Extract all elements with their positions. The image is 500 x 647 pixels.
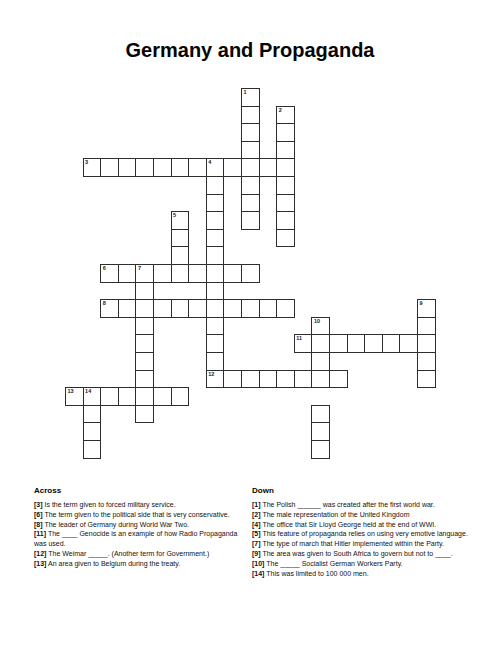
grid-cell-r16c9[interactable]: [223, 370, 242, 389]
grid-cell-r11c8[interactable]: [206, 282, 225, 301]
grid-cell-r10c3[interactable]: [118, 264, 137, 283]
grid-cell-r4c12[interactable]: [276, 158, 295, 177]
grid-cell-r14c19[interactable]: [399, 334, 418, 353]
across-header: Across: [34, 486, 239, 495]
grid-cell-r12c7[interactable]: [188, 299, 207, 318]
grid-cell-r12c4[interactable]: [135, 299, 154, 318]
grid-cell-r4c8[interactable]: 4: [206, 158, 225, 177]
clue-across-6: [6] The term given to the political side…: [34, 510, 239, 520]
grid-cell-r4c10[interactable]: [241, 158, 260, 177]
grid-cell-r8c6[interactable]: [171, 229, 190, 248]
grid-cell-r17c5[interactable]: [153, 387, 172, 406]
cell-number-14: 14: [85, 389, 91, 395]
across-clues-section: Across [3] Is the term given to forced m…: [34, 486, 239, 569]
grid-cell-r17c0[interactable]: 13: [65, 387, 84, 406]
grid-cell-r8c8[interactable]: [206, 229, 225, 248]
grid-cell-r18c4[interactable]: [135, 405, 154, 424]
grid-cell-r12c10[interactable]: [241, 299, 260, 318]
grid-cell-r20c14[interactable]: [311, 440, 330, 459]
clue-down-5: [5] This feature of propaganda relies on…: [252, 529, 470, 539]
grid-cell-r7c6[interactable]: 5: [171, 211, 190, 230]
grid-cell-r13c4[interactable]: [135, 317, 154, 336]
grid-cell-r4c3[interactable]: [118, 158, 137, 177]
grid-cell-r17c1[interactable]: 14: [83, 387, 102, 406]
grid-cell-r10c9[interactable]: [223, 264, 242, 283]
grid-cell-r13c8[interactable]: [206, 317, 225, 336]
grid-cell-r6c10[interactable]: [241, 194, 260, 213]
cell-number-5: 5: [173, 213, 176, 219]
grid-cell-r12c6[interactable]: [171, 299, 190, 318]
grid-cell-r3c10[interactable]: [241, 141, 260, 160]
grid-cell-r17c4[interactable]: [135, 387, 154, 406]
grid-cell-r14c8[interactable]: [206, 334, 225, 353]
grid-cell-r18c14[interactable]: [311, 405, 330, 424]
grid-cell-r16c13[interactable]: [294, 370, 313, 389]
cell-number-13: 13: [68, 389, 74, 395]
grid-cell-r19c14[interactable]: [311, 422, 330, 441]
grid-cell-r2c10[interactable]: [241, 123, 260, 142]
grid-cell-r15c20[interactable]: [417, 352, 436, 371]
clue-down-1: [1] The Polish ______ was created after …: [252, 500, 470, 510]
grid-cell-r4c2[interactable]: [100, 158, 119, 177]
grid-cell-r3c12[interactable]: [276, 141, 295, 160]
grid-cell-r1c12[interactable]: 2: [276, 106, 295, 125]
grid-cell-r19c1[interactable]: [83, 422, 102, 441]
across-clue-list: [3] Is the term given to forced military…: [34, 500, 239, 569]
grid-cell-r14c16[interactable]: [347, 334, 366, 353]
grid-cell-r16c15[interactable]: [329, 370, 348, 389]
cell-number-10: 10: [314, 319, 320, 325]
grid-cell-r12c8[interactable]: [206, 299, 225, 318]
grid-cell-r6c12[interactable]: [276, 194, 295, 213]
clue-down-10: [10] The _____ Socialist German Workers …: [252, 559, 470, 569]
grid-cell-r16c14[interactable]: [311, 370, 330, 389]
cell-number-1: 1: [244, 90, 247, 96]
clue-down-9: [9] The area was given to South Africa t…: [252, 549, 470, 559]
grid-cell-r16c4[interactable]: [135, 370, 154, 389]
grid-cell-r8c12[interactable]: [276, 229, 295, 248]
crossword-page: Germany and Propaganda 12345678910111213…: [0, 0, 500, 647]
grid-cell-r14c4[interactable]: [135, 334, 154, 353]
grid-cell-r12c2[interactable]: 8: [100, 299, 119, 318]
grid-cell-r0c10[interactable]: 1: [241, 88, 260, 107]
grid-cell-r10c8[interactable]: [206, 264, 225, 283]
grid-cell-r4c5[interactable]: [153, 158, 172, 177]
grid-cell-r4c9[interactable]: [223, 158, 242, 177]
clue-across-11: [11] The ____ Genocide is an example of …: [34, 529, 239, 549]
grid-cell-r5c10[interactable]: [241, 176, 260, 195]
clue-down-7: [7] The type of march that Hitler implem…: [252, 539, 470, 549]
clue-across-8: [8] The leader of Germany during World W…: [34, 520, 239, 530]
grid-cell-r7c10[interactable]: [241, 211, 260, 230]
grid-cell-r18c1[interactable]: [83, 405, 102, 424]
grid-cell-r7c12[interactable]: [276, 211, 295, 230]
clue-down-14: [14] This was limited to 100 000 men.: [252, 569, 470, 579]
grid-cell-r9c8[interactable]: [206, 246, 225, 265]
grid-cell-r14c17[interactable]: [364, 334, 383, 353]
grid-cell-r10c2[interactable]: 6: [100, 264, 119, 283]
grid-cell-r4c6[interactable]: [171, 158, 190, 177]
clue-across-13: [13] An area given to Belgium during the…: [34, 559, 239, 569]
cell-number-4: 4: [208, 160, 211, 166]
grid-cell-r10c4[interactable]: 7: [135, 264, 154, 283]
grid-cell-r16c20[interactable]: [417, 370, 436, 389]
grid-cell-r16c12[interactable]: [276, 370, 295, 389]
grid-cell-r6c8[interactable]: [206, 194, 225, 213]
grid-cell-r15c4[interactable]: [135, 352, 154, 371]
grid-cell-r12c11[interactable]: [259, 299, 278, 318]
down-header: Down: [252, 486, 470, 495]
grid-cell-r5c8[interactable]: [206, 176, 225, 195]
crossword-grid: 1234567891011121314: [65, 88, 436, 459]
clue-across-12: [12] The Weimar _____. (Another term for…: [34, 549, 239, 559]
grid-cell-r2c12[interactable]: [276, 123, 295, 142]
grid-cell-r10c5[interactable]: [153, 264, 172, 283]
cell-number-8: 8: [103, 301, 106, 307]
grid-cell-r15c8[interactable]: [206, 352, 225, 371]
grid-cell-r13c14[interactable]: 10: [311, 317, 330, 336]
grid-cell-r15c14[interactable]: [311, 352, 330, 371]
grid-cell-r16c8[interactable]: 12: [206, 370, 225, 389]
grid-cell-r12c5[interactable]: [153, 299, 172, 318]
grid-cell-r12c20[interactable]: 9: [417, 299, 436, 318]
grid-cell-r17c3[interactable]: [118, 387, 137, 406]
clue-down-4: [4] The office that Sir Lloyd George hel…: [252, 520, 470, 530]
grid-cell-r14c18[interactable]: [382, 334, 401, 353]
grid-cell-r10c10[interactable]: [241, 264, 260, 283]
down-clues-section: Down [1] The Polish ______ was created a…: [252, 486, 470, 578]
grid-cell-r10c6[interactable]: [171, 264, 190, 283]
clue-across-3: [3] Is the term given to forced military…: [34, 500, 239, 510]
grid-cell-r17c2[interactable]: [100, 387, 119, 406]
grid-cell-r11c4[interactable]: [135, 282, 154, 301]
grid-cell-r14c15[interactable]: [329, 334, 348, 353]
grid-cell-r7c8[interactable]: [206, 211, 225, 230]
down-clue-list: [1] The Polish ______ was created after …: [252, 500, 470, 578]
grid-cell-r9c6[interactable]: [171, 246, 190, 265]
grid-cell-r1c10[interactable]: [241, 106, 260, 125]
grid-cell-r12c3[interactable]: [118, 299, 137, 318]
grid-cell-r10c7[interactable]: [188, 264, 207, 283]
grid-cell-r4c11[interactable]: [259, 158, 278, 177]
puzzle-title: Germany and Propaganda: [0, 39, 500, 62]
grid-cell-r5c12[interactable]: [276, 176, 295, 195]
grid-cell-r14c20[interactable]: [417, 334, 436, 353]
grid-cell-r16c11[interactable]: [259, 370, 278, 389]
cell-number-7: 7: [138, 266, 141, 272]
clue-down-2: [2] The male representation of the Unite…: [252, 510, 470, 520]
grid-cell-r13c20[interactable]: [417, 317, 436, 336]
cell-number-2: 2: [279, 108, 282, 114]
grid-cell-r4c4[interactable]: [135, 158, 154, 177]
grid-cell-r17c6[interactable]: [171, 387, 190, 406]
cell-number-12: 12: [208, 372, 214, 378]
grid-cell-r16c10[interactable]: [241, 370, 260, 389]
cell-number-9: 9: [420, 301, 423, 307]
grid-cell-r20c1[interactable]: [83, 440, 102, 459]
cell-number-6: 6: [103, 266, 106, 272]
cell-number-3: 3: [85, 160, 88, 166]
grid-cell-r14c14[interactable]: [311, 334, 330, 353]
grid-cell-r4c1[interactable]: 3: [83, 158, 102, 177]
grid-cell-r14c13[interactable]: 11: [294, 334, 313, 353]
grid-cell-r4c7[interactable]: [188, 158, 207, 177]
grid-cell-r12c9[interactable]: [223, 299, 242, 318]
cell-number-11: 11: [296, 336, 302, 342]
grid-cell-r12c12[interactable]: [276, 299, 295, 318]
